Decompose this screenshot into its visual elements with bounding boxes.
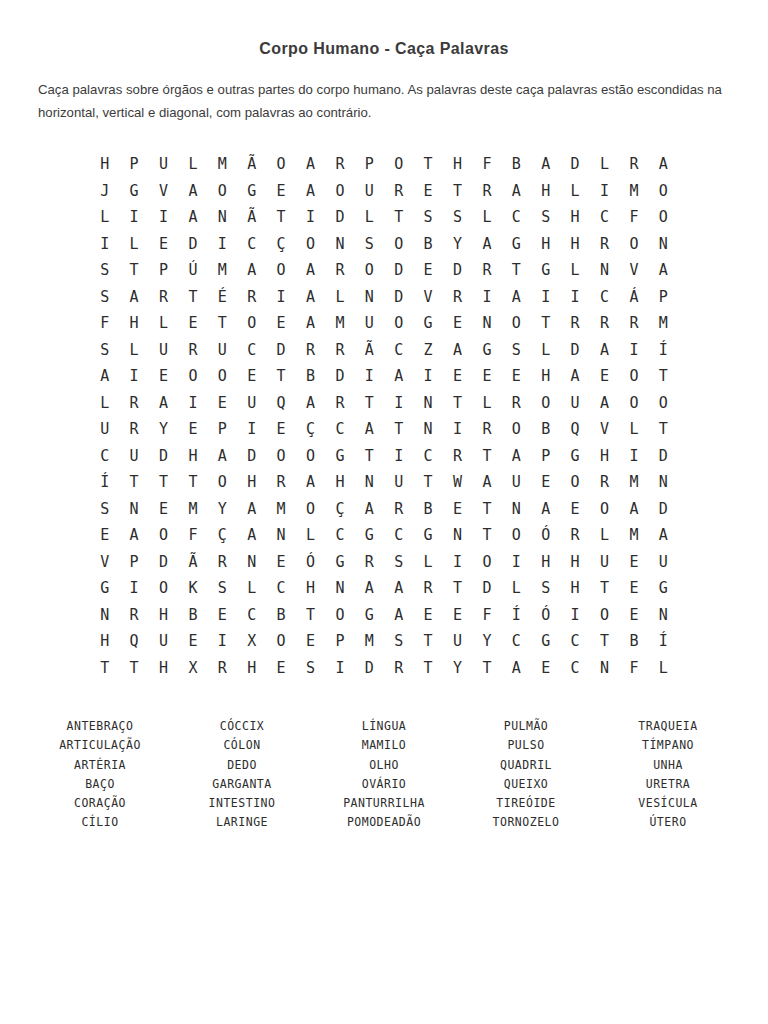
grid-cell[interactable]: A [531,496,560,523]
grid-cell[interactable]: Y [149,416,178,443]
grid-cell[interactable]: Y [443,655,472,682]
grid-cell[interactable]: S [413,204,442,231]
grid-cell[interactable]: R [266,469,295,496]
grid-cell[interactable]: D [384,257,413,284]
grid-cell[interactable]: S [384,549,413,576]
grid-cell[interactable]: Ã [237,204,266,231]
grid-cell[interactable]: A [384,602,413,629]
grid-cell[interactable]: N [119,496,148,523]
grid-cell[interactable]: E [149,363,178,390]
grid-cell[interactable]: W [443,469,472,496]
grid-cell[interactable]: S [90,257,119,284]
grid-cell[interactable]: H [531,549,560,576]
grid-cell[interactable]: I [355,363,384,390]
grid-cell[interactable]: T [472,443,501,470]
grid-cell[interactable]: E [443,602,472,629]
grid-cell[interactable]: R [208,655,237,682]
grid-cell[interactable]: Ã [178,549,207,576]
grid-cell[interactable]: A [560,363,589,390]
grid-cell[interactable]: E [413,257,442,284]
grid-cell[interactable]: P [531,443,560,470]
grid-cell[interactable]: L [178,151,207,178]
grid-cell[interactable]: C [325,522,354,549]
grid-cell[interactable]: S [90,284,119,311]
grid-cell[interactable]: D [560,337,589,364]
grid-cell[interactable]: L [560,178,589,205]
grid-cell[interactable]: E [590,363,619,390]
grid-cell[interactable]: Í [90,469,119,496]
grid-cell[interactable]: L [325,284,354,311]
grid-cell[interactable]: O [325,178,354,205]
grid-cell[interactable]: Ç [325,496,354,523]
grid-cell[interactable]: O [649,204,678,231]
grid-cell[interactable]: V [90,549,119,576]
grid-cell[interactable]: I [531,284,560,311]
grid-cell[interactable]: T [266,363,295,390]
grid-cell[interactable]: O [531,390,560,417]
grid-cell[interactable]: O [296,231,325,258]
grid-cell[interactable]: G [325,549,354,576]
grid-cell[interactable]: G [325,443,354,470]
grid-cell[interactable]: Ç [296,416,325,443]
grid-cell[interactable]: I [443,549,472,576]
grid-cell[interactable]: I [149,204,178,231]
grid-cell[interactable]: N [590,257,619,284]
grid-cell[interactable]: M [325,310,354,337]
grid-cell[interactable]: R [119,602,148,629]
grid-cell[interactable]: A [355,416,384,443]
grid-cell[interactable]: O [208,363,237,390]
grid-cell[interactable]: T [413,655,442,682]
grid-cell[interactable]: L [619,416,648,443]
grid-cell[interactable]: O [560,469,589,496]
grid-cell[interactable]: M [619,469,648,496]
grid-cell[interactable]: E [413,178,442,205]
grid-cell[interactable]: G [649,575,678,602]
grid-cell[interactable]: P [325,628,354,655]
grid-cell[interactable]: T [649,363,678,390]
grid-cell[interactable]: I [208,231,237,258]
grid-cell[interactable]: L [119,337,148,364]
grid-cell[interactable]: E [531,469,560,496]
grid-cell[interactable]: V [619,257,648,284]
grid-cell[interactable]: T [413,151,442,178]
grid-cell[interactable]: E [266,655,295,682]
grid-cell[interactable]: D [443,257,472,284]
grid-cell[interactable]: R [560,522,589,549]
grid-cell[interactable]: A [178,204,207,231]
grid-cell[interactable]: L [237,575,266,602]
grid-cell[interactable]: N [325,575,354,602]
grid-cell[interactable]: Y [208,496,237,523]
grid-cell[interactable]: R [590,231,619,258]
grid-cell[interactable]: M [649,310,678,337]
grid-cell[interactable]: T [443,390,472,417]
grid-cell[interactable]: D [355,655,384,682]
grid-cell[interactable]: H [560,231,589,258]
grid-cell[interactable]: P [355,151,384,178]
grid-cell[interactable]: R [560,310,589,337]
grid-cell[interactable]: H [325,469,354,496]
grid-cell[interactable]: N [355,469,384,496]
grid-cell[interactable]: E [619,602,648,629]
grid-cell[interactable]: E [502,363,531,390]
grid-cell[interactable]: I [325,655,354,682]
grid-cell[interactable]: O [178,363,207,390]
grid-cell[interactable]: A [502,284,531,311]
grid-cell[interactable]: R [208,549,237,576]
grid-cell[interactable]: I [208,628,237,655]
grid-cell[interactable]: O [296,443,325,470]
grid-cell[interactable]: U [208,337,237,364]
grid-cell[interactable]: N [237,549,266,576]
grid-cell[interactable]: N [325,231,354,258]
grid-cell[interactable]: S [531,575,560,602]
grid-cell[interactable]: E [266,549,295,576]
grid-cell[interactable]: Í [649,628,678,655]
grid-cell[interactable]: Í [502,602,531,629]
grid-cell[interactable]: D [325,363,354,390]
grid-cell[interactable]: I [178,390,207,417]
grid-cell[interactable]: R [619,151,648,178]
grid-cell[interactable]: O [649,390,678,417]
grid-cell[interactable]: V [590,416,619,443]
grid-cell[interactable]: O [149,575,178,602]
grid-cell[interactable]: S [296,655,325,682]
grid-cell[interactable]: I [619,337,648,364]
grid-cell[interactable]: J [90,178,119,205]
grid-cell[interactable]: I [502,549,531,576]
grid-cell[interactable]: A [590,390,619,417]
grid-cell[interactable]: I [443,416,472,443]
grid-cell[interactable]: Y [443,231,472,258]
grid-cell[interactable]: A [443,337,472,364]
grid-cell[interactable]: T [443,575,472,602]
grid-cell[interactable]: A [149,390,178,417]
grid-cell[interactable]: M [208,257,237,284]
grid-cell[interactable]: N [413,416,442,443]
grid-cell[interactable]: U [149,337,178,364]
grid-cell[interactable]: D [560,151,589,178]
grid-cell[interactable]: E [619,575,648,602]
grid-cell[interactable]: O [502,416,531,443]
grid-cell[interactable]: R [384,178,413,205]
grid-cell[interactable]: U [560,390,589,417]
grid-cell[interactable]: O [208,469,237,496]
grid-cell[interactable]: I [119,575,148,602]
grid-cell[interactable]: A [296,310,325,337]
grid-cell[interactable]: E [443,496,472,523]
grid-cell[interactable]: R [443,284,472,311]
grid-cell[interactable]: O [149,522,178,549]
grid-cell[interactable]: B [619,628,648,655]
grid-cell[interactable]: I [619,443,648,470]
grid-cell[interactable]: U [355,178,384,205]
grid-cell[interactable]: H [237,469,266,496]
grid-cell[interactable]: A [90,363,119,390]
grid-cell[interactable]: H [560,575,589,602]
grid-cell[interactable]: E [443,310,472,337]
grid-cell[interactable]: G [472,337,501,364]
grid-cell[interactable]: R [443,443,472,470]
grid-cell[interactable]: G [531,628,560,655]
grid-cell[interactable]: G [355,522,384,549]
grid-cell[interactable]: O [237,310,266,337]
grid-cell[interactable]: U [149,628,178,655]
grid-cell[interactable]: T [355,390,384,417]
grid-cell[interactable]: H [237,655,266,682]
grid-cell[interactable]: Ó [296,549,325,576]
grid-cell[interactable]: F [90,310,119,337]
grid-cell[interactable]: M [208,151,237,178]
grid-cell[interactable]: B [531,416,560,443]
grid-cell[interactable]: E [413,602,442,629]
grid-cell[interactable]: G [237,178,266,205]
grid-cell[interactable]: U [649,549,678,576]
grid-cell[interactable]: A [502,655,531,682]
grid-cell[interactable]: T [296,602,325,629]
grid-cell[interactable]: A [119,522,148,549]
grid-cell[interactable]: H [119,310,148,337]
grid-cell[interactable]: Ó [531,602,560,629]
grid-cell[interactable]: R [472,257,501,284]
grid-cell[interactable]: T [472,496,501,523]
grid-cell[interactable]: C [502,204,531,231]
grid-cell[interactable]: D [649,496,678,523]
grid-cell[interactable]: A [208,443,237,470]
grid-cell[interactable]: H [90,151,119,178]
grid-cell[interactable]: H [443,151,472,178]
grid-cell[interactable]: N [472,310,501,337]
grid-cell[interactable]: C [237,231,266,258]
grid-cell[interactable]: E [560,496,589,523]
grid-cell[interactable]: U [90,416,119,443]
grid-cell[interactable]: O [502,310,531,337]
grid-cell[interactable]: N [502,496,531,523]
grid-cell[interactable]: E [443,363,472,390]
grid-cell[interactable]: R [119,390,148,417]
grid-cell[interactable]: P [208,416,237,443]
grid-cell[interactable]: F [178,522,207,549]
grid-cell[interactable]: K [178,575,207,602]
grid-cell[interactable]: T [443,178,472,205]
grid-cell[interactable]: D [472,575,501,602]
grid-cell[interactable]: L [90,204,119,231]
grid-cell[interactable]: A [472,231,501,258]
grid-cell[interactable]: Q [119,628,148,655]
grid-cell[interactable]: O [266,151,295,178]
grid-cell[interactable]: O [590,496,619,523]
grid-cell[interactable]: T [413,628,442,655]
grid-cell[interactable]: R [590,469,619,496]
grid-cell[interactable]: Q [560,416,589,443]
grid-cell[interactable]: B [413,496,442,523]
grid-cell[interactable]: A [384,575,413,602]
grid-cell[interactable]: R [119,416,148,443]
grid-cell[interactable]: H [560,549,589,576]
grid-cell[interactable]: M [619,178,648,205]
grid-cell[interactable]: T [266,204,295,231]
grid-cell[interactable]: H [296,575,325,602]
grid-cell[interactable]: A [296,284,325,311]
grid-cell[interactable]: E [266,178,295,205]
grid-cell[interactable]: E [266,310,295,337]
grid-cell[interactable]: E [178,628,207,655]
grid-cell[interactable]: Ç [208,522,237,549]
grid-cell[interactable]: A [237,496,266,523]
grid-cell[interactable]: C [384,337,413,364]
grid-cell[interactable]: A [384,363,413,390]
grid-cell[interactable]: G [119,178,148,205]
grid-cell[interactable]: S [355,231,384,258]
grid-cell[interactable]: R [384,655,413,682]
grid-cell[interactable]: Ó [531,522,560,549]
grid-cell[interactable]: B [178,602,207,629]
grid-cell[interactable]: E [619,549,648,576]
grid-cell[interactable]: N [90,602,119,629]
grid-cell[interactable]: L [90,390,119,417]
grid-cell[interactable]: A [296,257,325,284]
grid-cell[interactable]: C [384,522,413,549]
grid-cell[interactable]: L [149,310,178,337]
grid-cell[interactable]: D [149,549,178,576]
grid-cell[interactable]: L [590,151,619,178]
grid-cell[interactable]: S [208,575,237,602]
grid-cell[interactable]: B [266,602,295,629]
grid-cell[interactable]: G [560,443,589,470]
grid-cell[interactable]: U [443,628,472,655]
grid-cell[interactable]: C [502,628,531,655]
grid-cell[interactable]: N [443,522,472,549]
grid-cell[interactable]: X [237,628,266,655]
grid-cell[interactable]: S [502,337,531,364]
grid-cell[interactable]: B [502,151,531,178]
grid-cell[interactable]: L [472,204,501,231]
grid-cell[interactable]: Á [619,284,648,311]
grid-cell[interactable]: P [649,284,678,311]
grid-cell[interactable]: C [237,337,266,364]
grid-cell[interactable]: I [237,416,266,443]
grid-cell[interactable]: U [355,310,384,337]
grid-cell[interactable]: M [178,496,207,523]
grid-cell[interactable]: Ã [355,337,384,364]
grid-cell[interactable]: O [384,151,413,178]
grid-cell[interactable]: A [472,469,501,496]
grid-cell[interactable]: E [472,363,501,390]
grid-cell[interactable]: I [384,443,413,470]
grid-cell[interactable]: V [413,284,442,311]
grid-cell[interactable]: R [472,416,501,443]
grid-cell[interactable]: X [178,655,207,682]
grid-cell[interactable]: Q [266,390,295,417]
grid-cell[interactable]: I [296,204,325,231]
grid-cell[interactable]: D [325,204,354,231]
grid-cell[interactable]: H [560,204,589,231]
grid-cell[interactable]: C [90,443,119,470]
grid-cell[interactable]: C [590,284,619,311]
grid-cell[interactable]: O [619,363,648,390]
grid-cell[interactable]: R [325,337,354,364]
grid-cell[interactable]: O [208,178,237,205]
grid-cell[interactable]: I [472,284,501,311]
grid-cell[interactable]: E [90,522,119,549]
grid-cell[interactable]: E [178,310,207,337]
grid-cell[interactable]: S [531,204,560,231]
grid-cell[interactable]: B [413,231,442,258]
grid-cell[interactable]: I [413,363,442,390]
grid-cell[interactable]: O [296,496,325,523]
grid-cell[interactable]: R [355,549,384,576]
grid-cell[interactable]: H [178,443,207,470]
grid-cell[interactable]: A [355,496,384,523]
grid-cell[interactable]: R [502,390,531,417]
grid-cell[interactable]: O [472,549,501,576]
grid-cell[interactable]: R [149,284,178,311]
grid-cell[interactable]: S [443,204,472,231]
grid-cell[interactable]: C [560,628,589,655]
grid-cell[interactable]: U [149,151,178,178]
grid-cell[interactable]: T [590,575,619,602]
grid-cell[interactable]: R [325,257,354,284]
grid-cell[interactable]: E [208,390,237,417]
grid-cell[interactable]: A [296,469,325,496]
grid-cell[interactable]: E [178,416,207,443]
grid-cell[interactable]: N [355,284,384,311]
grid-cell[interactable]: I [119,363,148,390]
grid-cell[interactable]: Z [413,337,442,364]
grid-cell[interactable]: T [178,284,207,311]
grid-cell[interactable]: T [208,310,237,337]
grid-cell[interactable]: R [178,337,207,364]
grid-cell[interactable]: A [296,178,325,205]
grid-cell[interactable]: R [325,390,354,417]
grid-cell[interactable]: Ú [178,257,207,284]
grid-cell[interactable]: D [237,443,266,470]
grid-cell[interactable]: L [531,337,560,364]
grid-cell[interactable]: A [119,284,148,311]
grid-cell[interactable]: R [325,151,354,178]
grid-cell[interactable]: D [149,443,178,470]
grid-cell[interactable]: L [649,655,678,682]
grid-cell[interactable]: N [266,522,295,549]
grid-cell[interactable]: O [619,390,648,417]
grid-cell[interactable]: T [119,257,148,284]
grid-cell[interactable]: U [384,469,413,496]
grid-cell[interactable]: Ç [266,231,295,258]
grid-cell[interactable]: O [266,628,295,655]
grid-cell[interactable]: Y [472,628,501,655]
grid-cell[interactable]: T [502,257,531,284]
grid-cell[interactable]: L [502,575,531,602]
grid-cell[interactable]: A [296,390,325,417]
grid-cell[interactable]: R [384,496,413,523]
grid-cell[interactable]: F [472,151,501,178]
grid-cell[interactable]: E [149,496,178,523]
grid-cell[interactable]: S [90,337,119,364]
grid-cell[interactable]: A [619,496,648,523]
grid-cell[interactable]: D [266,337,295,364]
grid-cell[interactable]: U [590,549,619,576]
grid-cell[interactable]: H [531,231,560,258]
grid-cell[interactable]: A [355,575,384,602]
grid-cell[interactable]: O [355,257,384,284]
grid-cell[interactable]: U [502,469,531,496]
grid-cell[interactable]: G [502,231,531,258]
grid-cell[interactable]: R [413,575,442,602]
grid-cell[interactable]: H [90,628,119,655]
grid-cell[interactable]: H [531,363,560,390]
grid-cell[interactable]: L [560,257,589,284]
